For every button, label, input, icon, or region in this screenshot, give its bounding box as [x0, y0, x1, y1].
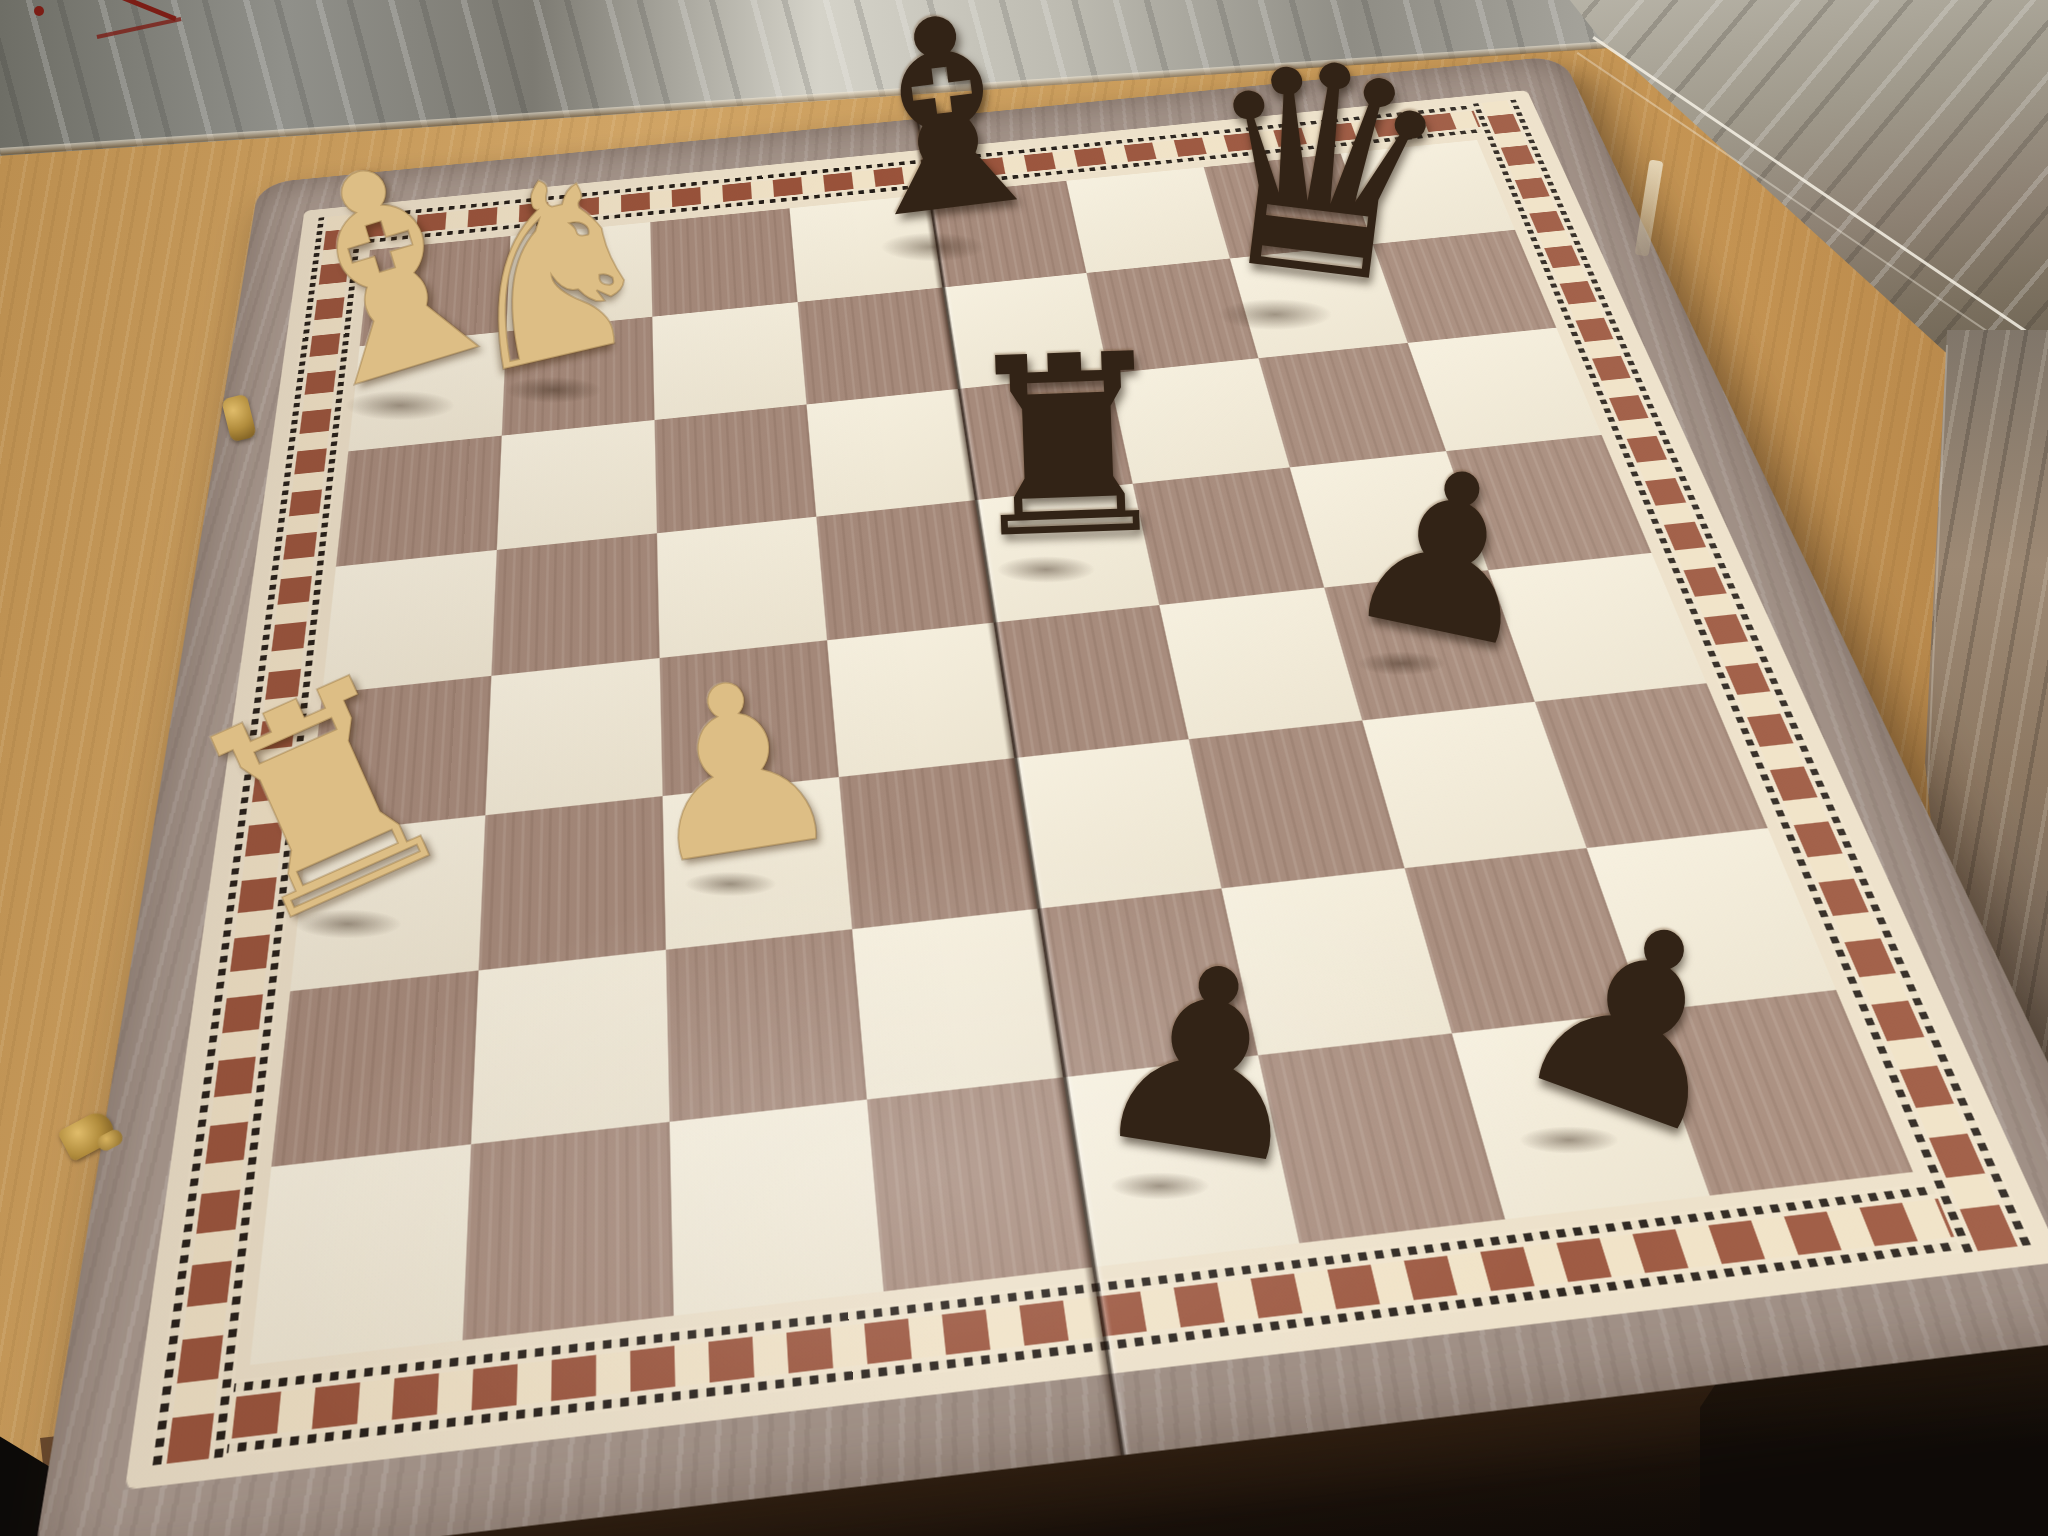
square-a6[interactable] [336, 436, 502, 567]
square-b3[interactable] [479, 796, 666, 970]
square-d3[interactable] [839, 758, 1037, 929]
queen-glyph: ♛ [1177, 14, 1467, 330]
square-b1[interactable] [463, 1122, 674, 1340]
square-c2[interactable] [666, 929, 867, 1122]
square-d6[interactable] [807, 389, 975, 517]
square-e3[interactable] [1014, 739, 1221, 909]
black-queen-g7[interactable]: ♛ [1177, 14, 1467, 330]
square-b6[interactable] [497, 420, 657, 550]
square-c6[interactable] [655, 404, 817, 533]
square-d7[interactable] [798, 287, 958, 404]
square-e4[interactable] [994, 605, 1189, 758]
black-pawn-e1[interactable]: ♟ [1076, 921, 1338, 1204]
square-d2[interactable] [852, 909, 1063, 1100]
red-wire-dot [34, 6, 44, 16]
square-a1[interactable] [250, 1144, 471, 1365]
square-d1[interactable] [867, 1077, 1092, 1291]
square-c1[interactable] [670, 1100, 884, 1316]
scene: ♝♝♞♛♜♟♜♟♟♟ [0, 0, 2048, 1536]
black-bishop-e8[interactable]: ♝ [812, 0, 1078, 261]
rook-glyph: ♜ [953, 320, 1182, 574]
black-rook-e5[interactable]: ♜ [953, 320, 1182, 574]
pawn-glyph: ♟ [1076, 921, 1338, 1204]
square-b2[interactable] [471, 950, 670, 1145]
bishop-glyph: ♝ [812, 0, 1078, 261]
square-c8[interactable] [650, 208, 797, 316]
white-pawn-c3[interactable]: ♟ [617, 640, 857, 900]
square-d4[interactable] [827, 623, 1014, 777]
square-a2[interactable] [271, 970, 478, 1166]
pawn-glyph: ♟ [617, 640, 857, 900]
